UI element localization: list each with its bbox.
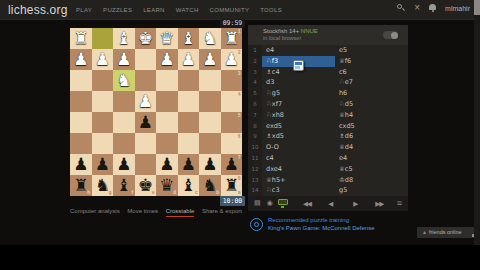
friends-online-bar[interactable]: ▲friends online — [417, 227, 474, 238]
top-bar: lichess.org PLAY PUZZLES LEARN WATCH COM… — [0, 0, 480, 20]
piece-black-pawn[interactable]: ♟ — [156, 154, 178, 175]
square-a4[interactable]: 4 — [221, 91, 243, 112]
file-label-d: d — [173, 190, 176, 195]
square-e7[interactable] — [135, 154, 157, 175]
go-last-button[interactable]: ▶▶ — [368, 196, 391, 211]
move-row-2: 2♘f3♕f6 — [248, 56, 408, 67]
move-number: 14 — [248, 185, 262, 196]
square-c6[interactable] — [178, 133, 200, 154]
puzzle-training-link[interactable]: Recommended puzzle training — [268, 217, 420, 223]
engine-toggle[interactable] — [383, 31, 398, 39]
square-f3[interactable]: ♞ — [113, 70, 135, 91]
square-c3[interactable] — [178, 70, 200, 91]
piece-black-pawn[interactable]: ♟ — [92, 154, 114, 175]
opening-book-icon[interactable]: ▤ — [251, 196, 264, 211]
piece-white-pawn[interactable]: ♟ — [70, 49, 92, 70]
notifications-bell-icon[interactable] — [429, 4, 436, 12]
piece-black-pawn[interactable]: ♟ — [70, 154, 92, 175]
piece-white-pawn[interactable]: ♟ — [156, 49, 178, 70]
square-f8[interactable]: ♝f — [113, 175, 135, 196]
go-next-button[interactable]: ▶ — [343, 196, 368, 211]
page: lichess.org PLAY PUZZLES LEARN WATCH COM… — [0, 0, 480, 270]
square-f2[interactable]: ♟ — [113, 49, 135, 70]
white-clock: 09:59 — [220, 19, 245, 28]
move-white-5[interactable]: ♘g5 — [262, 88, 335, 99]
puzzle-target-icon — [250, 218, 263, 231]
move-white-14[interactable]: ♘c3 — [262, 185, 335, 196]
mouse-cursor-icon — [293, 60, 304, 71]
piece-black-pawn[interactable]: ♟ — [199, 154, 221, 175]
nav-item-tools[interactable]: TOOLS — [260, 7, 282, 13]
move-black-13[interactable]: ♔d8 — [335, 175, 408, 186]
piece-white-pawn[interactable]: ♟ — [135, 91, 157, 112]
nav-item-community[interactable]: COMMUNITY — [210, 7, 250, 13]
square-g3[interactable] — [92, 70, 114, 91]
square-h8[interactable]: ♜h — [70, 175, 92, 196]
square-c4[interactable] — [178, 91, 200, 112]
move-row-11: 11c4e4 — [248, 153, 408, 164]
rank-label-7: 7 — [238, 155, 241, 160]
move-row-1: 1e4e5 — [248, 45, 408, 56]
gear-icon[interactable]: ◉ — [264, 196, 277, 211]
square-f5[interactable] — [113, 112, 135, 133]
move-number: 9 — [248, 131, 262, 142]
square-d3[interactable] — [156, 70, 178, 91]
square-f1[interactable]: ♝ — [113, 28, 135, 49]
nav-item-puzzles[interactable]: PUZZLES — [103, 7, 132, 13]
file-label-h: h — [87, 190, 90, 195]
move-white-8[interactable]: exd5 — [262, 121, 335, 132]
move-row-9: 9♗xd5♗d6 — [248, 131, 408, 142]
move-white-13[interactable]: ♕h5+ — [262, 175, 335, 186]
piece-white-rook[interactable]: ♜ — [70, 28, 92, 49]
square-g8[interactable]: ♞g — [92, 175, 114, 196]
square-e8[interactable]: ♚e — [135, 175, 157, 196]
content-area: lichess.org PLAY PUZZLES LEARN WATCH COM… — [0, 0, 480, 245]
square-f7[interactable]: ♟ — [113, 154, 135, 175]
move-white-7[interactable]: ♘xh8 — [262, 110, 335, 121]
square-g5[interactable] — [92, 112, 114, 133]
move-black-9[interactable]: ♗d6 — [335, 131, 408, 142]
file-label-f: f — [132, 190, 134, 195]
menu-hamburger-icon[interactable]: ≡ — [391, 196, 408, 211]
move-number: 4 — [248, 77, 262, 88]
move-black-14[interactable]: g5 — [335, 185, 408, 196]
square-h5[interactable] — [70, 112, 92, 133]
move-white-12[interactable]: dxe4 — [262, 164, 335, 175]
square-b8[interactable]: ♞b — [199, 175, 221, 196]
file-label-a: a — [238, 190, 241, 195]
move-white-9[interactable]: ♗xd5 — [262, 131, 335, 142]
square-a1[interactable]: ♜1 — [221, 28, 243, 49]
square-g1[interactable] — [92, 28, 114, 49]
browser-scrollbar[interactable] — [474, 0, 480, 245]
square-b1[interactable]: ♞ — [199, 28, 221, 49]
square-c8[interactable]: ♝c — [178, 175, 200, 196]
search-icon[interactable] — [397, 4, 405, 12]
square-c1[interactable]: ♝ — [178, 28, 200, 49]
piece-white-pawn[interactable]: ♟ — [199, 49, 221, 70]
piece-black-pawn[interactable]: ♟ — [178, 154, 200, 175]
move-black-8[interactable]: cxd5 — [335, 121, 408, 132]
move-row-14: 14♘c3g5 — [248, 185, 408, 196]
lichess-logo[interactable]: lichess.org — [8, 3, 68, 17]
square-b6[interactable] — [199, 133, 221, 154]
analysis-tabs: Computer analysis Move times Crosstable … — [70, 208, 242, 217]
piece-white-knight[interactable]: ♞ — [199, 28, 221, 49]
square-g6[interactable] — [92, 133, 114, 154]
expand-arrow-icon: ▲ — [422, 229, 427, 235]
square-h4[interactable] — [70, 91, 92, 112]
square-d7[interactable]: ♟ — [156, 154, 178, 175]
move-white-1[interactable]: e4 — [262, 45, 335, 56]
scrollbar-thumb[interactable] — [474, 0, 480, 15]
square-e1[interactable]: ♚ — [135, 28, 157, 49]
move-black-11[interactable]: e4 — [335, 153, 408, 164]
move-black-6[interactable]: ♘d5 — [335, 99, 408, 110]
file-label-b: b — [216, 190, 219, 195]
friends-online-label: friends online — [429, 229, 462, 235]
engine-nnue-badge: NNUE — [301, 28, 318, 34]
square-b3[interactable] — [199, 70, 221, 91]
square-b5[interactable] — [199, 112, 221, 133]
move-number: 12 — [248, 164, 262, 175]
square-d4[interactable] — [156, 91, 178, 112]
square-d5[interactable] — [156, 112, 178, 133]
move-black-12[interactable]: ♕c5 — [335, 164, 408, 175]
move-row-10: 10O-O♕d4 — [248, 142, 408, 153]
square-a2[interactable]: ♟2 — [221, 49, 243, 70]
square-h7[interactable]: ♟ — [70, 154, 92, 175]
tab-move-times[interactable]: Move times — [127, 208, 158, 217]
move-number: 7 — [248, 110, 262, 121]
piece-white-bishop[interactable]: ♝ — [178, 28, 200, 49]
move-number: 10 — [248, 142, 262, 153]
move-number: 6 — [248, 99, 262, 110]
square-b2[interactable]: ♟ — [199, 49, 221, 70]
square-d2[interactable]: ♟ — [156, 49, 178, 70]
piece-white-king[interactable]: ♚ — [135, 28, 157, 49]
square-a8[interactable]: ♜8a — [221, 175, 243, 196]
square-d6[interactable] — [156, 133, 178, 154]
square-c5[interactable] — [178, 112, 200, 133]
rank-label-4: 4 — [238, 92, 241, 97]
square-a6[interactable]: 6 — [221, 133, 243, 154]
nav-item-play[interactable]: PLAY — [76, 7, 92, 13]
move-number: 5 — [248, 88, 262, 99]
square-e3[interactable] — [135, 70, 157, 91]
puzzle-opening-link[interactable]: King's Pawn Game: McConnell Defense — [268, 225, 420, 231]
piece-white-pawn[interactable]: ♟ — [178, 49, 200, 70]
square-e6[interactable] — [135, 133, 157, 154]
piece-white-pawn[interactable]: ♟ — [113, 49, 135, 70]
file-label-c: c — [195, 190, 198, 195]
square-d8[interactable]: ♛d — [156, 175, 178, 196]
move-number: 11 — [248, 153, 262, 164]
main-nav: PLAY PUZZLES LEARN WATCH COMMUNITY TOOLS — [76, 7, 282, 13]
square-e4[interactable]: ♟ — [135, 91, 157, 112]
square-a7[interactable]: ♟7 — [221, 154, 243, 175]
square-f6[interactable] — [113, 133, 135, 154]
move-number: 13 — [248, 175, 262, 186]
piece-white-pawn[interactable]: ♟ — [92, 49, 114, 70]
move-row-12: 12dxe4♕c5 — [248, 164, 408, 175]
move-black-4[interactable]: ♘e7 — [335, 77, 408, 88]
move-black-5[interactable]: h6 — [335, 88, 408, 99]
move-black-7[interactable]: ♕h4 — [335, 110, 408, 121]
move-black-1[interactable]: e5 — [335, 45, 408, 56]
rank-label-3: 3 — [238, 71, 241, 76]
move-row-13: 13♕h5+♔d8 — [248, 175, 408, 186]
square-c7[interactable]: ♟ — [178, 154, 200, 175]
move-number: 3 — [248, 67, 262, 78]
move-row-5: 5♘g5h6 — [248, 88, 408, 99]
move-row-3: 3♗c4c6 — [248, 67, 408, 78]
move-white-10[interactable]: O-O — [262, 142, 335, 153]
square-g7[interactable]: ♟ — [92, 154, 114, 175]
rank-label-1: 1 — [238, 29, 241, 34]
chess-board[interactable]: ♜♝♚♛♝♞♜1♟♟♟♟♟♟♟2♞3♟4♟56♟♟♟♟♟♟♟7♜h♞g♝f♚e♛… — [70, 28, 242, 196]
piece-black-pawn[interactable]: ♟ — [135, 112, 157, 133]
move-list: 1e4e52♘f3♕f63♗c4c64d3♘e75♘g5h66♘xf7♘d57♘… — [248, 45, 408, 196]
move-number: 2 — [248, 56, 262, 67]
square-b4[interactable] — [199, 91, 221, 112]
square-a3[interactable]: 3 — [221, 70, 243, 91]
square-h1[interactable]: ♜ — [70, 28, 92, 49]
tab-crosstable[interactable]: Crosstable — [166, 208, 195, 217]
nav-item-learn[interactable]: LEARN — [143, 7, 165, 13]
rank-label-6: 6 — [238, 134, 241, 139]
puzzle-recommendation: Recommended puzzle training King's Pawn … — [250, 217, 420, 231]
square-h2[interactable]: ♟ — [70, 49, 92, 70]
challenge-icon[interactable]: × — [414, 4, 420, 12]
square-g4[interactable] — [92, 91, 114, 112]
move-row-4: 4d3♘e7 — [248, 77, 408, 88]
move-number: 8 — [248, 121, 262, 132]
tab-share-export[interactable]: Share & export — [202, 208, 242, 217]
rank-label-2: 2 — [238, 50, 241, 55]
go-previous-button[interactable]: ◀ — [318, 196, 343, 211]
move-row-6: 6♘xf7♘d5 — [248, 99, 408, 110]
analysis-panel: Stockfish 14+ NNUE in local browser 1e4e… — [248, 25, 408, 211]
square-d1[interactable]: ♛ — [156, 28, 178, 49]
go-first-button[interactable]: ◀◀ — [297, 196, 318, 211]
move-white-11[interactable]: c4 — [262, 153, 335, 164]
square-e2[interactable] — [135, 49, 157, 70]
nav-item-watch[interactable]: WATCH — [176, 7, 199, 13]
square-f4[interactable] — [113, 91, 135, 112]
file-label-g: g — [109, 190, 112, 195]
engine-header: Stockfish 14+ NNUE in local browser — [248, 25, 408, 45]
square-c2[interactable]: ♟ — [178, 49, 200, 70]
rank-label-5: 5 — [238, 113, 241, 118]
tab-computer-analysis[interactable]: Computer analysis — [70, 208, 120, 217]
piece-white-knight[interactable]: ♞ — [113, 70, 135, 91]
header-right: × mlmahir — [397, 4, 470, 12]
square-b7[interactable]: ♟ — [199, 154, 221, 175]
piece-white-bishop[interactable]: ♝ — [113, 28, 135, 49]
move-white-4[interactable]: d3 — [262, 77, 335, 88]
rank-label-8: 8 — [238, 176, 241, 181]
move-black-10[interactable]: ♕d4 — [335, 142, 408, 153]
file-label-e: e — [152, 190, 155, 195]
move-number: 1 — [248, 45, 262, 56]
square-g2[interactable]: ♟ — [92, 49, 114, 70]
square-a5[interactable]: 5 — [221, 112, 243, 133]
piece-black-pawn[interactable]: ♟ — [113, 154, 135, 175]
local-engine-monitor-icon[interactable] — [276, 196, 289, 211]
square-h3[interactable] — [70, 70, 92, 91]
square-e5[interactable]: ♟ — [135, 112, 157, 133]
piece-white-queen[interactable]: ♛ — [156, 28, 178, 49]
square-h6[interactable] — [70, 133, 92, 154]
board-controls: ▤ ◉ ◀◀ ◀ ▶ ▶▶ ≡ — [248, 196, 408, 211]
move-row-8: 8exd5cxd5 — [248, 121, 408, 132]
black-clock: 10:00 — [220, 196, 245, 206]
move-white-6[interactable]: ♘xf7 — [262, 99, 335, 110]
move-black-2[interactable]: ♕f6 — [335, 56, 408, 67]
move-black-3[interactable]: c6 — [335, 67, 408, 78]
username[interactable]: mlmahir — [445, 5, 470, 12]
move-row-7: 7♘xh8♕h4 — [248, 110, 408, 121]
